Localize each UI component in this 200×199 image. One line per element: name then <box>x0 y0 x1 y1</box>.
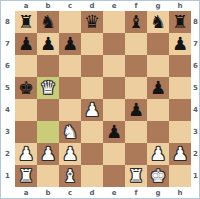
file-label-top-b: b <box>37 1 59 11</box>
piece-white-rook: ♜ <box>128 165 144 187</box>
rank-label-right-1: 1 <box>191 165 200 187</box>
square-d7[interactable] <box>81 33 103 55</box>
piece-black-bishop: ♝ <box>128 11 144 33</box>
square-d2[interactable] <box>81 143 103 165</box>
rank-label-right-3: 3 <box>191 121 200 143</box>
square-b2[interactable]: ♟ <box>37 143 59 165</box>
piece-black-queen: ♛ <box>84 11 100 33</box>
square-a5[interactable]: ♚ <box>15 77 37 99</box>
square-e2[interactable] <box>103 143 125 165</box>
piece-white-pawn: ♟ <box>84 99 100 121</box>
piece-black-knight: ♞ <box>40 11 56 33</box>
square-h4[interactable] <box>169 99 191 121</box>
file-label-bottom-e: e <box>103 187 125 199</box>
file-label-bottom-c: c <box>59 187 81 199</box>
square-g3[interactable] <box>147 121 169 143</box>
file-label-bottom-d: d <box>81 187 103 199</box>
square-a4[interactable] <box>15 99 37 121</box>
square-c7[interactable]: ♟ <box>59 33 81 55</box>
piece-white-rook: ♜ <box>18 165 34 187</box>
square-d1[interactable] <box>81 165 103 187</box>
square-g4[interactable] <box>147 99 169 121</box>
square-d5[interactable] <box>81 77 103 99</box>
piece-black-king: ♚ <box>18 77 34 99</box>
rank-label-left-4: 4 <box>1 99 14 121</box>
rank-label-left-8: 8 <box>1 11 14 33</box>
square-g5[interactable]: ♟ <box>147 77 169 99</box>
square-g7[interactable] <box>147 33 169 55</box>
square-b4[interactable] <box>37 99 59 121</box>
rank-label-left-5: 5 <box>1 77 14 99</box>
piece-black-rook: ♜ <box>18 11 34 33</box>
square-h1[interactable] <box>169 165 191 187</box>
square-h2[interactable]: ♟ <box>169 143 191 165</box>
piece-black-pawn: ♟ <box>150 77 166 99</box>
square-f8[interactable]: ♝ <box>125 11 147 33</box>
square-c5[interactable] <box>59 77 81 99</box>
square-a7[interactable]: ♟ <box>15 33 37 55</box>
square-c2[interactable]: ♟ <box>59 143 81 165</box>
piece-white-pawn: ♟ <box>40 143 56 165</box>
square-h8[interactable]: ♜ <box>169 11 191 33</box>
file-label-top-g: g <box>147 1 169 11</box>
square-g8[interactable]: ♞ <box>147 11 169 33</box>
square-g2[interactable]: ♟ <box>147 143 169 165</box>
rank-label-left-6: 6 <box>1 55 14 77</box>
square-h6[interactable] <box>169 55 191 77</box>
square-a8[interactable]: ♜ <box>15 11 37 33</box>
piece-white-king: ♚ <box>150 165 166 187</box>
rank-label-right-8: 8 <box>191 11 200 33</box>
piece-white-pawn: ♟ <box>62 143 78 165</box>
square-d4[interactable]: ♟ <box>81 99 103 121</box>
file-label-top-e: e <box>103 1 125 11</box>
file-label-bottom-h: h <box>169 187 191 199</box>
piece-white-queen: ♛ <box>40 77 56 99</box>
square-f2[interactable] <box>125 143 147 165</box>
square-e3[interactable]: ♟ <box>103 121 125 143</box>
square-e5[interactable] <box>103 77 125 99</box>
rank-label-left-1: 1 <box>1 165 14 187</box>
square-f4[interactable]: ♟ <box>125 99 147 121</box>
piece-black-pawn: ♟ <box>106 121 122 143</box>
square-e1[interactable] <box>103 165 125 187</box>
piece-white-pawn: ♟ <box>172 143 188 165</box>
square-a1[interactable]: ♜ <box>15 165 37 187</box>
square-e6[interactable] <box>103 55 125 77</box>
rank-label-left-7: 7 <box>1 33 14 55</box>
piece-black-pawn: ♟ <box>18 33 34 55</box>
square-f3[interactable] <box>125 121 147 143</box>
piece-black-pawn: ♟ <box>172 33 188 55</box>
square-f5[interactable] <box>125 77 147 99</box>
square-d8[interactable]: ♛ <box>81 11 103 33</box>
piece-white-bishop: ♝ <box>62 165 78 187</box>
square-b8[interactable]: ♞ <box>37 11 59 33</box>
piece-white-knight: ♞ <box>62 121 78 143</box>
square-f7[interactable] <box>125 33 147 55</box>
rank-label-right-7: 7 <box>191 33 200 55</box>
square-g6[interactable] <box>147 55 169 77</box>
file-label-top-c: c <box>59 1 81 11</box>
square-b3[interactable] <box>37 121 59 143</box>
chess-board: ♜♞♛♝♞♜♟♟♟♟♚♛♟♟♟♞♟♟♟♟♟♟♜♝♜♚ <box>15 11 191 187</box>
square-d6[interactable] <box>81 55 103 77</box>
piece-white-pawn: ♟ <box>150 143 166 165</box>
square-c3[interactable]: ♞ <box>59 121 81 143</box>
square-a3[interactable] <box>15 121 37 143</box>
square-c6[interactable] <box>59 55 81 77</box>
file-label-top-d: d <box>81 1 103 11</box>
piece-black-knight: ♞ <box>150 11 166 33</box>
file-label-bottom-g: g <box>147 187 169 199</box>
square-c8[interactable] <box>59 11 81 33</box>
square-h5[interactable] <box>169 77 191 99</box>
square-b6[interactable] <box>37 55 59 77</box>
rank-label-right-6: 6 <box>191 55 200 77</box>
square-h3[interactable] <box>169 121 191 143</box>
square-e4[interactable] <box>103 99 125 121</box>
square-f6[interactable] <box>125 55 147 77</box>
piece-black-pawn: ♟ <box>128 99 144 121</box>
file-label-bottom-b: b <box>37 187 59 199</box>
square-h7[interactable]: ♟ <box>169 33 191 55</box>
file-label-top-f: f <box>125 1 147 11</box>
piece-black-rook: ♜ <box>172 11 188 33</box>
square-b7[interactable]: ♟ <box>37 33 59 55</box>
file-label-bottom-a: a <box>15 187 37 199</box>
square-e8[interactable] <box>103 11 125 33</box>
piece-black-pawn: ♟ <box>40 33 56 55</box>
square-f1[interactable]: ♜ <box>125 165 147 187</box>
piece-white-pawn: ♟ <box>18 143 34 165</box>
rank-label-right-4: 4 <box>191 99 200 121</box>
chess-board-widget: ♜♞♛♝♞♜♟♟♟♟♚♛♟♟♟♞♟♟♟♟♟♟♜♝♜♚ aabbccddeeffg… <box>0 0 200 199</box>
square-a6[interactable] <box>15 55 37 77</box>
rank-label-right-5: 5 <box>191 77 200 99</box>
square-g1[interactable]: ♚ <box>147 165 169 187</box>
square-d3[interactable] <box>81 121 103 143</box>
square-b5[interactable]: ♛ <box>37 77 59 99</box>
rank-label-left-2: 2 <box>1 143 14 165</box>
piece-black-pawn: ♟ <box>62 33 78 55</box>
square-b1[interactable] <box>37 165 59 187</box>
rank-label-left-3: 3 <box>1 121 14 143</box>
rank-label-right-2: 2 <box>191 143 200 165</box>
square-c4[interactable] <box>59 99 81 121</box>
square-e7[interactable] <box>103 33 125 55</box>
file-label-top-h: h <box>169 1 191 11</box>
square-a2[interactable]: ♟ <box>15 143 37 165</box>
file-label-bottom-f: f <box>125 187 147 199</box>
file-label-top-a: a <box>15 1 37 11</box>
square-c1[interactable]: ♝ <box>59 165 81 187</box>
